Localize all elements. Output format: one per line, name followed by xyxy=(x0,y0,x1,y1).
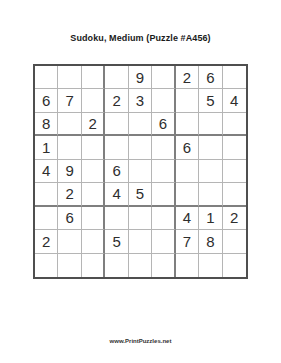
cell-r6c7[interactable] xyxy=(176,183,199,206)
cell-r2c3[interactable] xyxy=(82,89,105,112)
cell-r1c2[interactable] xyxy=(58,66,81,89)
cell-r6c4[interactable]: 4 xyxy=(105,183,128,206)
cell-r9c9[interactable] xyxy=(223,254,246,277)
cell-r8c8[interactable]: 8 xyxy=(199,230,222,253)
cell-r5c6[interactable] xyxy=(152,160,175,183)
cell-r9c5[interactable] xyxy=(129,254,152,277)
cell-r1c1[interactable] xyxy=(35,66,58,89)
cell-r6c5[interactable]: 5 xyxy=(129,183,152,206)
cell-r9c4[interactable] xyxy=(105,254,128,277)
cell-r4c8[interactable] xyxy=(199,136,222,159)
cell-r3c3[interactable]: 2 xyxy=(82,113,105,136)
cell-r9c6[interactable] xyxy=(152,254,175,277)
cell-r4c7[interactable]: 6 xyxy=(176,136,199,159)
cell-r1c6[interactable] xyxy=(152,66,175,89)
cell-r5c4[interactable]: 6 xyxy=(105,160,128,183)
cell-r2c6[interactable] xyxy=(152,89,175,112)
cell-r7c6[interactable] xyxy=(152,207,175,230)
cell-r9c7[interactable] xyxy=(176,254,199,277)
cell-r4c6[interactable] xyxy=(152,136,175,159)
cell-r8c6[interactable] xyxy=(152,230,175,253)
cell-r5c8[interactable] xyxy=(199,160,222,183)
cell-r1c7[interactable]: 2 xyxy=(176,66,199,89)
cell-r2c7[interactable] xyxy=(176,89,199,112)
cell-r4c5[interactable] xyxy=(129,136,152,159)
page-title: Sudoku, Medium (Puzzle #A456) xyxy=(0,33,281,43)
cell-r3c1[interactable]: 8 xyxy=(35,113,58,136)
cell-r3c8[interactable] xyxy=(199,113,222,136)
cell-r2c2[interactable]: 7 xyxy=(58,89,81,112)
footer-url: www.PrintPuzzles.net xyxy=(0,338,281,344)
cell-r4c1[interactable]: 1 xyxy=(35,136,58,159)
cell-r2c9[interactable]: 4 xyxy=(223,89,246,112)
cell-r1c3[interactable] xyxy=(82,66,105,89)
cell-r9c8[interactable] xyxy=(199,254,222,277)
cell-r4c9[interactable] xyxy=(223,136,246,159)
cell-r6c2[interactable]: 2 xyxy=(58,183,81,206)
cell-r2c8[interactable]: 5 xyxy=(199,89,222,112)
cell-r6c8[interactable] xyxy=(199,183,222,206)
cell-r8c4[interactable]: 5 xyxy=(105,230,128,253)
cell-r6c6[interactable] xyxy=(152,183,175,206)
cell-r2c4[interactable]: 2 xyxy=(105,89,128,112)
cell-r8c5[interactable] xyxy=(129,230,152,253)
cell-r2c1[interactable]: 6 xyxy=(35,89,58,112)
cell-r8c1[interactable]: 2 xyxy=(35,230,58,253)
cell-r7c5[interactable] xyxy=(129,207,152,230)
cell-r6c9[interactable] xyxy=(223,183,246,206)
sudoku-board: 9266723548261649624564122578 xyxy=(33,64,248,279)
cell-r8c7[interactable]: 7 xyxy=(176,230,199,253)
cell-r7c8[interactable]: 1 xyxy=(199,207,222,230)
cell-r9c2[interactable] xyxy=(58,254,81,277)
cell-r7c2[interactable]: 6 xyxy=(58,207,81,230)
cell-r4c3[interactable] xyxy=(82,136,105,159)
cell-r9c3[interactable] xyxy=(82,254,105,277)
printable-sudoku-page: Sudoku, Medium (Puzzle #A456) 9266723548… xyxy=(0,0,281,363)
cell-r5c2[interactable]: 9 xyxy=(58,160,81,183)
cell-r1c8[interactable]: 6 xyxy=(199,66,222,89)
cell-r3c5[interactable] xyxy=(129,113,152,136)
cell-r7c7[interactable]: 4 xyxy=(176,207,199,230)
cell-r3c2[interactable] xyxy=(58,113,81,136)
cell-r5c9[interactable] xyxy=(223,160,246,183)
cell-r3c4[interactable] xyxy=(105,113,128,136)
cell-r1c5[interactable]: 9 xyxy=(129,66,152,89)
cell-r5c1[interactable]: 4 xyxy=(35,160,58,183)
cell-r1c9[interactable] xyxy=(223,66,246,89)
cell-r8c9[interactable] xyxy=(223,230,246,253)
cell-r3c9[interactable] xyxy=(223,113,246,136)
cell-r7c4[interactable] xyxy=(105,207,128,230)
cell-r4c2[interactable] xyxy=(58,136,81,159)
cell-r3c7[interactable] xyxy=(176,113,199,136)
cell-r7c3[interactable] xyxy=(82,207,105,230)
cell-r4c4[interactable] xyxy=(105,136,128,159)
cell-r8c3[interactable] xyxy=(82,230,105,253)
cell-r1c4[interactable] xyxy=(105,66,128,89)
cell-r6c3[interactable] xyxy=(82,183,105,206)
cell-r5c5[interactable] xyxy=(129,160,152,183)
cell-r5c7[interactable] xyxy=(176,160,199,183)
cell-r5c3[interactable] xyxy=(82,160,105,183)
cell-r7c9[interactable]: 2 xyxy=(223,207,246,230)
cell-r9c1[interactable] xyxy=(35,254,58,277)
cell-r8c2[interactable] xyxy=(58,230,81,253)
cell-r6c1[interactable] xyxy=(35,183,58,206)
cell-r7c1[interactable] xyxy=(35,207,58,230)
cell-r2c5[interactable]: 3 xyxy=(129,89,152,112)
cell-r3c6[interactable]: 6 xyxy=(152,113,175,136)
